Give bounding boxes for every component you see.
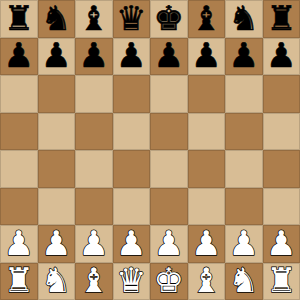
square-g5[interactable] <box>225 113 263 151</box>
white-knight[interactable]: ♞ <box>41 263 71 297</box>
square-c3[interactable] <box>75 188 113 226</box>
black-pawn[interactable]: ♟ <box>154 38 184 72</box>
square-d6[interactable] <box>113 75 151 113</box>
white-bishop[interactable]: ♝ <box>191 263 221 297</box>
square-a6[interactable] <box>0 75 38 113</box>
square-g1[interactable]: ♞ <box>225 263 263 300</box>
square-b5[interactable] <box>38 113 76 151</box>
black-rook[interactable]: ♜ <box>266 1 296 35</box>
square-b3[interactable] <box>38 188 76 226</box>
white-pawn[interactable]: ♟ <box>154 226 184 260</box>
square-d2[interactable]: ♟ <box>113 225 151 263</box>
white-pawn[interactable]: ♟ <box>41 226 71 260</box>
white-pawn[interactable]: ♟ <box>191 226 221 260</box>
black-king[interactable]: ♚ <box>154 1 184 35</box>
square-h6[interactable] <box>263 75 301 113</box>
black-pawn[interactable]: ♟ <box>266 38 296 72</box>
square-a3[interactable] <box>0 188 38 226</box>
square-f4[interactable] <box>188 150 226 188</box>
square-h8[interactable]: ♜ <box>263 0 301 38</box>
square-c6[interactable] <box>75 75 113 113</box>
white-pawn[interactable]: ♟ <box>229 226 259 260</box>
square-b6[interactable] <box>38 75 76 113</box>
square-e8[interactable]: ♚ <box>150 0 188 38</box>
square-c8[interactable]: ♝ <box>75 0 113 38</box>
white-knight[interactable]: ♞ <box>229 263 259 297</box>
white-pawn[interactable]: ♟ <box>4 226 34 260</box>
square-d1[interactable]: ♛ <box>113 263 151 300</box>
black-pawn[interactable]: ♟ <box>79 38 109 72</box>
square-b4[interactable] <box>38 150 76 188</box>
square-e4[interactable] <box>150 150 188 188</box>
black-pawn[interactable]: ♟ <box>229 38 259 72</box>
black-bishop[interactable]: ♝ <box>79 1 109 35</box>
square-a7[interactable]: ♟ <box>0 38 38 76</box>
black-pawn[interactable]: ♟ <box>41 38 71 72</box>
square-f5[interactable] <box>188 113 226 151</box>
white-pawn[interactable]: ♟ <box>266 226 296 260</box>
square-c4[interactable] <box>75 150 113 188</box>
square-c7[interactable]: ♟ <box>75 38 113 76</box>
square-e7[interactable]: ♟ <box>150 38 188 76</box>
square-c1[interactable]: ♝ <box>75 263 113 300</box>
square-f2[interactable]: ♟ <box>188 225 226 263</box>
square-f1[interactable]: ♝ <box>188 263 226 300</box>
white-rook[interactable]: ♜ <box>4 263 34 297</box>
square-h7[interactable]: ♟ <box>263 38 301 76</box>
square-g3[interactable] <box>225 188 263 226</box>
square-e6[interactable] <box>150 75 188 113</box>
square-d8[interactable]: ♛ <box>113 0 151 38</box>
square-h1[interactable]: ♜ <box>263 263 301 300</box>
square-a2[interactable]: ♟ <box>0 225 38 263</box>
square-f3[interactable] <box>188 188 226 226</box>
black-knight[interactable]: ♞ <box>229 1 259 35</box>
square-f6[interactable] <box>188 75 226 113</box>
square-d5[interactable] <box>113 113 151 151</box>
square-c5[interactable] <box>75 113 113 151</box>
square-d4[interactable] <box>113 150 151 188</box>
square-e3[interactable] <box>150 188 188 226</box>
square-b2[interactable]: ♟ <box>38 225 76 263</box>
square-h4[interactable] <box>263 150 301 188</box>
square-a1[interactable]: ♜ <box>0 263 38 300</box>
square-a4[interactable] <box>0 150 38 188</box>
white-rook[interactable]: ♜ <box>266 263 296 297</box>
square-g6[interactable] <box>225 75 263 113</box>
black-bishop[interactable]: ♝ <box>191 1 221 35</box>
square-e5[interactable] <box>150 113 188 151</box>
square-h3[interactable] <box>263 188 301 226</box>
square-g2[interactable]: ♟ <box>225 225 263 263</box>
black-pawn[interactable]: ♟ <box>116 38 146 72</box>
white-bishop[interactable]: ♝ <box>79 263 109 297</box>
square-e1[interactable]: ♚ <box>150 263 188 300</box>
square-b7[interactable]: ♟ <box>38 38 76 76</box>
square-c2[interactable]: ♟ <box>75 225 113 263</box>
square-g7[interactable]: ♟ <box>225 38 263 76</box>
square-f7[interactable]: ♟ <box>188 38 226 76</box>
square-g4[interactable] <box>225 150 263 188</box>
white-queen[interactable]: ♛ <box>116 263 146 297</box>
square-d3[interactable] <box>113 188 151 226</box>
black-rook[interactable]: ♜ <box>4 1 34 35</box>
square-f8[interactable]: ♝ <box>188 0 226 38</box>
white-king[interactable]: ♚ <box>154 263 184 297</box>
white-pawn[interactable]: ♟ <box>79 226 109 260</box>
square-b1[interactable]: ♞ <box>38 263 76 300</box>
square-g8[interactable]: ♞ <box>225 0 263 38</box>
square-d7[interactable]: ♟ <box>113 38 151 76</box>
square-e2[interactable]: ♟ <box>150 225 188 263</box>
white-pawn[interactable]: ♟ <box>116 226 146 260</box>
square-a5[interactable] <box>0 113 38 151</box>
square-b8[interactable]: ♞ <box>38 0 76 38</box>
chess-board: ♜♞♝♛♚♝♞♜♟♟♟♟♟♟♟♟♟♟♟♟♟♟♟♟♜♞♝♛♚♝♞♜ <box>0 0 300 300</box>
black-pawn[interactable]: ♟ <box>191 38 221 72</box>
black-pawn[interactable]: ♟ <box>4 38 34 72</box>
black-queen[interactable]: ♛ <box>116 1 146 35</box>
square-h2[interactable]: ♟ <box>263 225 301 263</box>
square-a8[interactable]: ♜ <box>0 0 38 38</box>
square-h5[interactable] <box>263 113 301 151</box>
black-knight[interactable]: ♞ <box>41 1 71 35</box>
